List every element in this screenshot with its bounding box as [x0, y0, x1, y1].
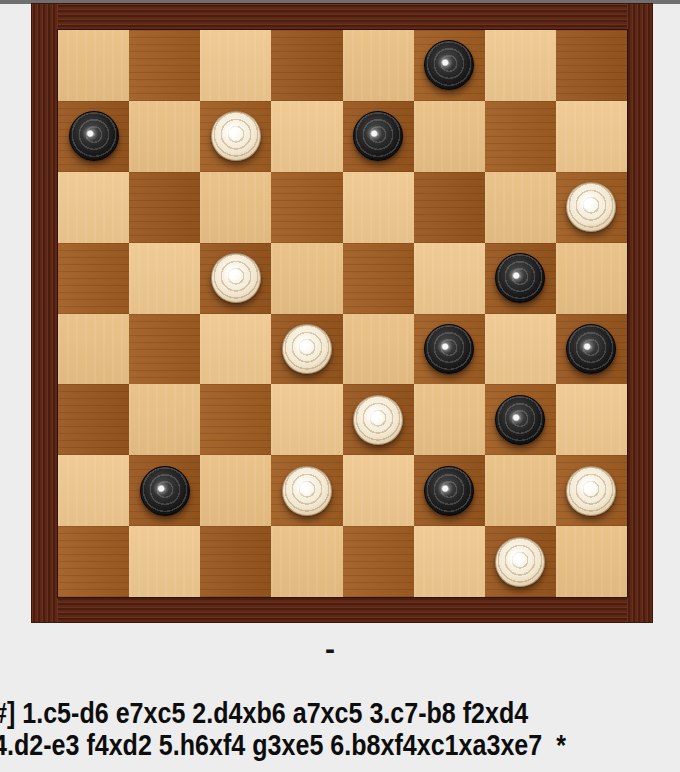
square-f6[interactable]: [414, 172, 485, 243]
square-e4[interactable]: [343, 314, 414, 385]
square-e2[interactable]: [343, 455, 414, 526]
square-h7[interactable]: [556, 101, 627, 172]
square-g4[interactable]: [485, 314, 556, 385]
square-e3[interactable]: [343, 384, 414, 455]
black-piece-g3[interactable]: [495, 395, 545, 445]
square-d5[interactable]: [271, 243, 342, 314]
frame-left: [32, 4, 58, 622]
checkers-board[interactable]: [58, 30, 627, 597]
white-piece-h6[interactable]: [566, 182, 616, 232]
black-piece-f8[interactable]: [424, 40, 474, 90]
square-f3[interactable]: [414, 384, 485, 455]
square-d7[interactable]: [271, 101, 342, 172]
square-d8[interactable]: [271, 30, 342, 101]
square-a4[interactable]: [58, 314, 129, 385]
square-h5[interactable]: [556, 243, 627, 314]
square-f8[interactable]: [414, 30, 485, 101]
square-d1[interactable]: [271, 526, 342, 597]
black-piece-b2[interactable]: [140, 466, 190, 516]
black-piece-g5[interactable]: [495, 253, 545, 303]
square-c5[interactable]: [200, 243, 271, 314]
square-c8[interactable]: [200, 30, 271, 101]
black-piece-a7[interactable]: [69, 111, 119, 161]
square-h2[interactable]: [556, 455, 627, 526]
white-piece-c5[interactable]: [211, 253, 261, 303]
square-h6[interactable]: [556, 172, 627, 243]
black-piece-f2[interactable]: [424, 466, 474, 516]
square-g5[interactable]: [485, 243, 556, 314]
square-g7[interactable]: [485, 101, 556, 172]
square-a2[interactable]: [58, 455, 129, 526]
move-notation-line2: 4.d2-e3 f4xd2 5.h6xf4 g3xe5 6.b8xf4xc1xa…: [0, 729, 680, 761]
frame-right: [627, 4, 652, 622]
move-notation-line1: #] 1.c5-d6 e7xc5 2.d4xb6 a7xc5 3.c7-b8 f…: [0, 697, 680, 729]
white-piece-d2[interactable]: [282, 466, 332, 516]
white-piece-e3[interactable]: [353, 395, 403, 445]
square-h8[interactable]: [556, 30, 627, 101]
square-h4[interactable]: [556, 314, 627, 385]
black-piece-e7[interactable]: [353, 111, 403, 161]
square-d3[interactable]: [271, 384, 342, 455]
square-b7[interactable]: [129, 101, 200, 172]
white-piece-d4[interactable]: [282, 324, 332, 374]
white-piece-g1[interactable]: [495, 537, 545, 587]
square-g8[interactable]: [485, 30, 556, 101]
square-f7[interactable]: [414, 101, 485, 172]
square-d2[interactable]: [271, 455, 342, 526]
square-e7[interactable]: [343, 101, 414, 172]
square-b4[interactable]: [129, 314, 200, 385]
move-notation: #] 1.c5-d6 e7xc5 2.d4xb6 a7xc5 3.c7-b8 f…: [0, 697, 680, 761]
square-e5[interactable]: [343, 243, 414, 314]
square-b3[interactable]: [129, 384, 200, 455]
square-b5[interactable]: [129, 243, 200, 314]
square-e6[interactable]: [343, 172, 414, 243]
white-piece-h2[interactable]: [566, 466, 616, 516]
square-a5[interactable]: [58, 243, 129, 314]
square-h3[interactable]: [556, 384, 627, 455]
square-e1[interactable]: [343, 526, 414, 597]
black-piece-f4[interactable]: [424, 324, 474, 374]
square-c4[interactable]: [200, 314, 271, 385]
square-a3[interactable]: [58, 384, 129, 455]
square-c1[interactable]: [200, 526, 271, 597]
result-separator: -: [0, 633, 660, 665]
square-d4[interactable]: [271, 314, 342, 385]
square-a8[interactable]: [58, 30, 129, 101]
square-c3[interactable]: [200, 384, 271, 455]
square-d6[interactable]: [271, 172, 342, 243]
square-e8[interactable]: [343, 30, 414, 101]
square-c2[interactable]: [200, 455, 271, 526]
square-g2[interactable]: [485, 455, 556, 526]
square-g3[interactable]: [485, 384, 556, 455]
square-f2[interactable]: [414, 455, 485, 526]
frame-top: [32, 4, 652, 30]
board-frame: [32, 4, 652, 622]
frame-bottom: [32, 597, 652, 622]
square-f4[interactable]: [414, 314, 485, 385]
square-c7[interactable]: [200, 101, 271, 172]
square-b1[interactable]: [129, 526, 200, 597]
square-a7[interactable]: [58, 101, 129, 172]
square-g6[interactable]: [485, 172, 556, 243]
square-f1[interactable]: [414, 526, 485, 597]
black-piece-h4[interactable]: [566, 324, 616, 374]
square-g1[interactable]: [485, 526, 556, 597]
square-b2[interactable]: [129, 455, 200, 526]
square-a1[interactable]: [58, 526, 129, 597]
white-piece-c7[interactable]: [211, 111, 261, 161]
square-b8[interactable]: [129, 30, 200, 101]
square-b6[interactable]: [129, 172, 200, 243]
square-c6[interactable]: [200, 172, 271, 243]
square-h1[interactable]: [556, 526, 627, 597]
square-a6[interactable]: [58, 172, 129, 243]
square-f5[interactable]: [414, 243, 485, 314]
